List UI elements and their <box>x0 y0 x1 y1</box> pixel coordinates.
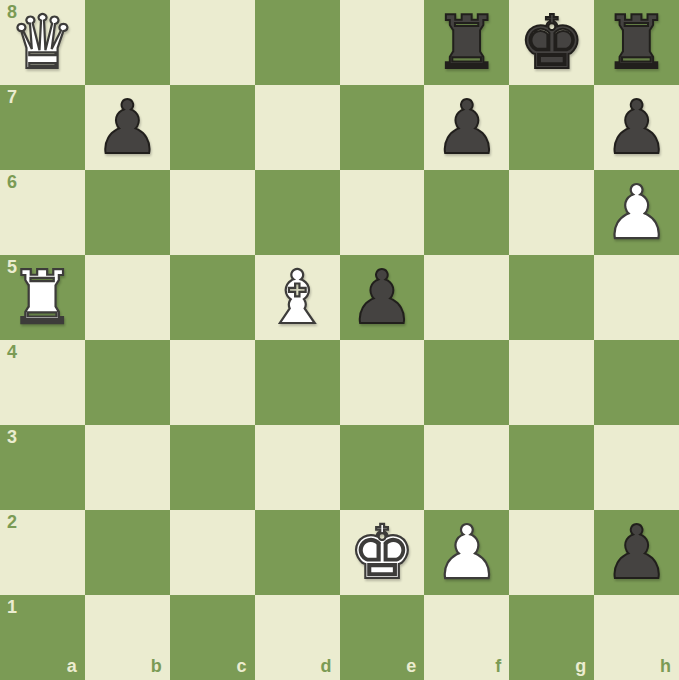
square-e8[interactable] <box>340 0 425 85</box>
square-h2[interactable]: ♟ <box>594 510 679 595</box>
piece-black-pawn[interactable]: ♟ <box>434 85 500 170</box>
square-d4[interactable] <box>255 340 340 425</box>
square-h4[interactable] <box>594 340 679 425</box>
file-label-g: g <box>575 657 586 675</box>
file-label-f: f <box>495 657 501 675</box>
square-c1[interactable]: c <box>170 595 255 680</box>
square-h8[interactable]: ♜ <box>594 0 679 85</box>
square-d3[interactable] <box>255 425 340 510</box>
square-e6[interactable] <box>340 170 425 255</box>
chess-board-container: 8♛♜♚♜7♟♟♟6♟5♜♝♟432♚♟♟1abcdefgh <box>0 0 679 680</box>
square-f6[interactable] <box>424 170 509 255</box>
file-label-b: b <box>151 657 162 675</box>
square-b4[interactable] <box>85 340 170 425</box>
square-b8[interactable] <box>85 0 170 85</box>
square-f8[interactable]: ♜ <box>424 0 509 85</box>
piece-black-rook[interactable]: ♜ <box>434 0 500 85</box>
square-f1[interactable]: f <box>424 595 509 680</box>
rank-label-2: 2 <box>7 513 17 531</box>
square-d8[interactable] <box>255 0 340 85</box>
square-b1[interactable]: b <box>85 595 170 680</box>
square-f3[interactable] <box>424 425 509 510</box>
piece-white-pawn[interactable]: ♟ <box>603 170 669 255</box>
square-a8[interactable]: 8♛ <box>0 0 85 85</box>
piece-white-pawn[interactable]: ♟ <box>434 510 500 595</box>
square-g2[interactable] <box>509 510 594 595</box>
square-f7[interactable]: ♟ <box>424 85 509 170</box>
rank-label-1: 1 <box>7 598 17 616</box>
piece-white-king[interactable]: ♚ <box>349 510 415 595</box>
square-g7[interactable] <box>509 85 594 170</box>
square-f4[interactable] <box>424 340 509 425</box>
square-g1[interactable]: g <box>509 595 594 680</box>
file-label-c: c <box>237 657 247 675</box>
square-h6[interactable]: ♟ <box>594 170 679 255</box>
square-e4[interactable] <box>340 340 425 425</box>
piece-black-rook[interactable]: ♜ <box>603 0 669 85</box>
square-d5[interactable]: ♝ <box>255 255 340 340</box>
chess-board: 8♛♜♚♜7♟♟♟6♟5♜♝♟432♚♟♟1abcdefgh <box>0 0 679 680</box>
square-d6[interactable] <box>255 170 340 255</box>
square-c2[interactable] <box>170 510 255 595</box>
file-label-a: a <box>67 657 77 675</box>
square-c7[interactable] <box>170 85 255 170</box>
piece-black-pawn[interactable]: ♟ <box>349 255 415 340</box>
square-b7[interactable]: ♟ <box>85 85 170 170</box>
piece-black-pawn[interactable]: ♟ <box>94 85 160 170</box>
square-g6[interactable] <box>509 170 594 255</box>
piece-white-rook[interactable]: ♜ <box>9 255 75 340</box>
file-label-d: d <box>321 657 332 675</box>
square-a4[interactable]: 4 <box>0 340 85 425</box>
piece-black-king[interactable]: ♚ <box>519 0 585 85</box>
square-f2[interactable]: ♟ <box>424 510 509 595</box>
square-a6[interactable]: 6 <box>0 170 85 255</box>
square-a3[interactable]: 3 <box>0 425 85 510</box>
piece-white-queen[interactable]: ♛ <box>9 0 75 85</box>
square-h7[interactable]: ♟ <box>594 85 679 170</box>
rank-label-7: 7 <box>7 88 17 106</box>
file-label-e: e <box>406 657 416 675</box>
square-e3[interactable] <box>340 425 425 510</box>
square-f5[interactable] <box>424 255 509 340</box>
square-b3[interactable] <box>85 425 170 510</box>
square-b5[interactable] <box>85 255 170 340</box>
square-h3[interactable] <box>594 425 679 510</box>
square-g5[interactable] <box>509 255 594 340</box>
square-h5[interactable] <box>594 255 679 340</box>
square-g4[interactable] <box>509 340 594 425</box>
square-c3[interactable] <box>170 425 255 510</box>
square-g3[interactable] <box>509 425 594 510</box>
square-d7[interactable] <box>255 85 340 170</box>
square-b6[interactable] <box>85 170 170 255</box>
piece-black-pawn[interactable]: ♟ <box>603 510 669 595</box>
rank-label-4: 4 <box>7 343 17 361</box>
square-d1[interactable]: d <box>255 595 340 680</box>
square-a2[interactable]: 2 <box>0 510 85 595</box>
square-g8[interactable]: ♚ <box>509 0 594 85</box>
square-c5[interactable] <box>170 255 255 340</box>
square-h1[interactable]: h <box>594 595 679 680</box>
rank-label-6: 6 <box>7 173 17 191</box>
file-label-h: h <box>660 657 671 675</box>
square-a1[interactable]: 1a <box>0 595 85 680</box>
square-e7[interactable] <box>340 85 425 170</box>
piece-white-bishop[interactable]: ♝ <box>264 255 330 340</box>
square-c8[interactable] <box>170 0 255 85</box>
square-e5[interactable]: ♟ <box>340 255 425 340</box>
square-e1[interactable]: e <box>340 595 425 680</box>
square-e2[interactable]: ♚ <box>340 510 425 595</box>
piece-black-pawn[interactable]: ♟ <box>603 85 669 170</box>
square-a7[interactable]: 7 <box>0 85 85 170</box>
square-d2[interactable] <box>255 510 340 595</box>
rank-label-3: 3 <box>7 428 17 446</box>
square-c4[interactable] <box>170 340 255 425</box>
square-b2[interactable] <box>85 510 170 595</box>
square-a5[interactable]: 5♜ <box>0 255 85 340</box>
square-c6[interactable] <box>170 170 255 255</box>
